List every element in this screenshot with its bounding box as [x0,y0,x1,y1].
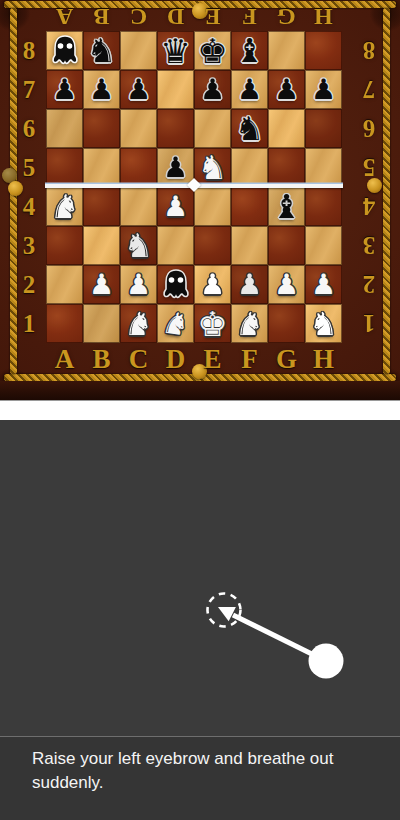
square-e5[interactable]: ♞ [194,148,231,187]
rank-label-right-4: 4 [356,187,382,226]
file-label-bottom-b: B [83,344,120,374]
square-g2[interactable]: ♟ [268,265,305,304]
square-h5[interactable] [305,148,342,187]
file-label-bottom-h: H [305,344,342,374]
square-d3[interactable] [157,226,194,265]
piece-black-queen: ♛ [160,34,190,68]
square-f6[interactable]: ♞ [231,109,268,148]
piece-white-knight: ♞ [124,229,154,262]
square-f1[interactable]: ♞ [231,304,268,343]
file-label-bottom-a: A [46,344,83,374]
square-g4[interactable]: ♝ [268,187,305,226]
instruction-bar: Raise your left eyebrow and breathe out … [0,736,400,820]
piece-white-pawn: ♟ [311,271,336,299]
rank-label-right-7: 7 [356,70,382,109]
rank-label-right-1: 1 [356,304,382,343]
gesture-panel [0,420,400,736]
square-c1[interactable]: ♞ [120,304,157,343]
app-screen: ABCDEFGH ABCDEFGH 87654321 87654321 ♞♛♚♝… [0,0,400,820]
braid-border-right [383,8,390,374]
chess-board: ABCDEFGH ABCDEFGH 87654321 87654321 ♞♛♚♝… [0,0,400,400]
rank-label-left-8: 8 [17,31,41,70]
piece-black-pawn: ♟ [52,76,77,104]
piece-black-bishop: ♝ [272,190,302,223]
square-e3[interactable] [194,226,231,265]
file-label-bottom-e: E [194,344,231,374]
gesture-start-circle[interactable] [309,644,344,679]
piece-white-bird: ♞ [309,308,338,340]
piece-white-king: ♚ [197,307,227,341]
gesture-arrowhead [218,607,236,621]
rank-label-left-5: 5 [17,148,41,187]
piece-white-pawn: ♟ [126,271,151,299]
piece-black-knight: ♞ [235,112,265,145]
file-label-top-d: D [157,4,194,30]
rank-label-right-2: 2 [356,265,382,304]
file-label-top-c: C [120,4,157,30]
square-f5[interactable] [231,148,268,187]
rank-label-right-6: 6 [356,109,382,148]
gesture-graphic [0,420,400,736]
square-d6[interactable] [157,109,194,148]
piece-white-pawn: ♟ [200,271,225,299]
piece-white-dragon: ♞ [160,307,191,340]
square-h7[interactable]: ♟ [305,70,342,109]
piece-white-knight: ♞ [50,190,80,223]
rank-label-left-4: 4 [17,187,41,226]
rank-label-left-1: 1 [17,304,41,343]
square-b5[interactable] [83,148,120,187]
square-a8[interactable] [46,31,83,70]
square-e2[interactable]: ♟ [194,265,231,304]
square-c8[interactable] [120,31,157,70]
rank-label-right-3: 3 [356,226,382,265]
square-e7[interactable]: ♟ [194,70,231,109]
square-e4[interactable] [194,187,231,226]
square-a5[interactable] [46,148,83,187]
square-f8[interactable]: ♝ [231,31,268,70]
piece-white-tiger: ♞ [235,308,264,340]
square-f4[interactable] [231,187,268,226]
square-d1[interactable]: ♞ [157,304,194,343]
piece-white-pawn: ♟ [89,271,114,299]
square-h8[interactable] [305,31,342,70]
square-a6[interactable] [46,109,83,148]
square-b4[interactable] [83,187,120,226]
square-f3[interactable] [231,226,268,265]
file-label-top-e: E [194,4,231,30]
square-a2[interactable] [46,265,83,304]
piece-black-pawn: ♟ [200,76,225,104]
rank-label-left-6: 6 [17,109,41,148]
piece-white-knight: ♞ [198,151,228,184]
piece-white-pawn: ♟ [274,271,299,299]
rank-label-right-5: 5 [356,148,382,187]
square-d2[interactable] [157,265,194,304]
square-d5[interactable]: ♟ [157,148,194,187]
square-f7[interactable]: ♟ [231,70,268,109]
square-g7[interactable]: ♟ [268,70,305,109]
piece-black-pawn: ♟ [126,76,151,104]
square-e6[interactable] [194,109,231,148]
square-h4[interactable] [305,187,342,226]
file-label-bottom-f: F [231,344,268,374]
board-bottom-edge [0,381,400,400]
square-c5[interactable] [120,148,157,187]
square-b8[interactable]: ♞ [83,31,120,70]
square-b7[interactable]: ♟ [83,70,120,109]
square-e1[interactable]: ♚ [194,304,231,343]
square-g5[interactable] [268,148,305,187]
square-b3[interactable] [83,226,120,265]
square-d7[interactable] [157,70,194,109]
square-c7[interactable]: ♟ [120,70,157,109]
piece-black-pawn: ♟ [311,76,336,104]
square-b1[interactable] [83,304,120,343]
file-label-top-f: F [231,4,268,30]
square-c4[interactable] [120,187,157,226]
square-a3[interactable] [46,226,83,265]
rank-label-left-7: 7 [17,70,41,109]
piece-black-ghost [161,268,191,301]
rank-label-left-3: 3 [17,226,41,265]
file-label-bottom-c: C [120,344,157,374]
rank-label-left-2: 2 [17,265,41,304]
file-label-top-g: G [268,4,305,30]
square-a4[interactable]: ♞ [46,187,83,226]
file-label-bottom-g: G [268,344,305,374]
piece-white-pawn: ♟ [237,271,262,299]
square-c6[interactable] [120,109,157,148]
square-h1[interactable]: ♞ [305,304,342,343]
square-e8[interactable]: ♚ [194,31,231,70]
file-label-top-b: B [83,4,120,30]
square-c2[interactable]: ♟ [120,265,157,304]
file-label-top-h: H [305,4,342,30]
instruction-text: Raise your left eyebrow and breathe out … [32,747,362,795]
rank-label-right-8: 8 [356,31,382,70]
piece-black-pawn: ♟ [163,154,188,182]
piece-black-knight: ♞ [87,34,117,67]
piece-black-pawn: ♟ [237,76,262,104]
piece-black-king: ♚ [197,34,227,68]
piece-white-pawn: ♟ [163,193,188,221]
square-d4[interactable]: ♟ [157,187,194,226]
square-a1[interactable] [46,304,83,343]
piece-black-pawn: ♟ [274,76,299,104]
square-b2[interactable]: ♟ [83,265,120,304]
square-f2[interactable]: ♟ [231,265,268,304]
file-label-top-a: A [46,4,83,30]
square-g1[interactable] [268,304,305,343]
square-c3[interactable]: ♞ [120,226,157,265]
white-gap [0,400,400,420]
square-g8[interactable] [268,31,305,70]
square-d8[interactable]: ♛ [157,31,194,70]
piece-black-pawn: ♟ [89,76,114,104]
square-h2[interactable]: ♟ [305,265,342,304]
square-a7[interactable]: ♟ [46,70,83,109]
square-g3[interactable] [268,226,305,265]
square-g6[interactable] [268,109,305,148]
file-label-bottom-d: D [157,344,194,374]
piece-black-ghost [50,34,80,67]
square-h6[interactable] [305,109,342,148]
square-b6[interactable] [83,109,120,148]
piece-black-bishop: ♝ [235,34,265,67]
piece-white-tiger: ♞ [124,308,153,340]
square-h3[interactable] [305,226,342,265]
